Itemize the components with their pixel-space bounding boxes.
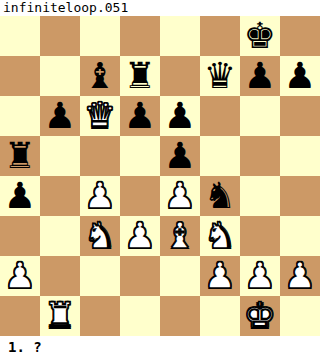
white-knight-c3[interactable]: ♞ — [84, 216, 116, 256]
square-a4[interactable]: ♟ — [0, 176, 40, 216]
move-prompt: 1. ? — [0, 336, 320, 360]
square-c1[interactable] — [80, 296, 120, 336]
black-pawn-b6[interactable]: ♟ — [44, 96, 76, 136]
white-bishop-e3[interactable]: ♝ — [164, 216, 196, 256]
square-f1[interactable] — [200, 296, 240, 336]
square-c6[interactable]: ♛ — [80, 96, 120, 136]
square-h2[interactable]: ♟ — [280, 256, 320, 296]
square-h7[interactable]: ♟ — [280, 56, 320, 96]
square-c5[interactable] — [80, 136, 120, 176]
black-bishop-c7[interactable]: ♝ — [84, 56, 116, 96]
white-pawn-c4[interactable]: ♟ — [84, 176, 116, 216]
square-h6[interactable] — [280, 96, 320, 136]
white-pawn-d3[interactable]: ♟ — [124, 216, 156, 256]
square-f5[interactable] — [200, 136, 240, 176]
square-h3[interactable] — [280, 216, 320, 256]
puzzle-title: infiniteloop.051 — [0, 0, 320, 16]
square-c2[interactable] — [80, 256, 120, 296]
square-a2[interactable]: ♟ — [0, 256, 40, 296]
square-e7[interactable] — [160, 56, 200, 96]
square-f6[interactable] — [200, 96, 240, 136]
square-b5[interactable] — [40, 136, 80, 176]
white-rook-b1[interactable]: ♜ — [44, 296, 76, 336]
white-knight-f3[interactable]: ♞ — [204, 216, 236, 256]
square-c3[interactable]: ♞ — [80, 216, 120, 256]
square-f2[interactable]: ♟ — [200, 256, 240, 296]
black-pawn-a4[interactable]: ♟ — [4, 176, 36, 216]
square-d2[interactable] — [120, 256, 160, 296]
square-b6[interactable]: ♟ — [40, 96, 80, 136]
square-d4[interactable] — [120, 176, 160, 216]
square-b8[interactable] — [40, 16, 80, 56]
white-pawn-f2[interactable]: ♟ — [204, 256, 236, 296]
square-g3[interactable] — [240, 216, 280, 256]
square-d3[interactable]: ♟ — [120, 216, 160, 256]
square-g8[interactable]: ♚ — [240, 16, 280, 56]
square-e3[interactable]: ♝ — [160, 216, 200, 256]
square-h8[interactable] — [280, 16, 320, 56]
black-rook-a5[interactable]: ♜ — [4, 136, 36, 176]
square-d1[interactable] — [120, 296, 160, 336]
square-b3[interactable] — [40, 216, 80, 256]
square-g4[interactable] — [240, 176, 280, 216]
square-g1[interactable]: ♚ — [240, 296, 280, 336]
square-a1[interactable] — [0, 296, 40, 336]
square-f7[interactable]: ♛ — [200, 56, 240, 96]
white-king-g1[interactable]: ♚ — [244, 296, 276, 336]
square-e4[interactable]: ♟ — [160, 176, 200, 216]
black-knight-f4[interactable]: ♞ — [204, 176, 236, 216]
square-f3[interactable]: ♞ — [200, 216, 240, 256]
square-a3[interactable] — [0, 216, 40, 256]
square-b7[interactable] — [40, 56, 80, 96]
square-c4[interactable]: ♟ — [80, 176, 120, 216]
square-d7[interactable]: ♜ — [120, 56, 160, 96]
square-a6[interactable] — [0, 96, 40, 136]
square-c8[interactable] — [80, 16, 120, 56]
square-a8[interactable] — [0, 16, 40, 56]
square-e8[interactable] — [160, 16, 200, 56]
black-pawn-h7[interactable]: ♟ — [284, 56, 316, 96]
square-e5[interactable]: ♟ — [160, 136, 200, 176]
white-pawn-e4[interactable]: ♟ — [164, 176, 196, 216]
square-b4[interactable] — [40, 176, 80, 216]
white-pawn-h2[interactable]: ♟ — [284, 256, 316, 296]
white-queen-c6[interactable]: ♛ — [84, 96, 116, 136]
white-pawn-g2[interactable]: ♟ — [244, 256, 276, 296]
square-d5[interactable] — [120, 136, 160, 176]
square-b1[interactable]: ♜ — [40, 296, 80, 336]
square-h4[interactable] — [280, 176, 320, 216]
square-g6[interactable] — [240, 96, 280, 136]
square-e1[interactable] — [160, 296, 200, 336]
square-b2[interactable] — [40, 256, 80, 296]
black-rook-d7[interactable]: ♜ — [124, 56, 156, 96]
chess-board: ♚♝♜♛♟♟♟♛♟♟♜♟♟♟♟♞♞♟♝♞♟♟♟♟♜♚ — [0, 16, 320, 336]
square-e2[interactable] — [160, 256, 200, 296]
black-pawn-g7[interactable]: ♟ — [244, 56, 276, 96]
square-h1[interactable] — [280, 296, 320, 336]
black-pawn-d6[interactable]: ♟ — [124, 96, 156, 136]
square-f8[interactable] — [200, 16, 240, 56]
chess-puzzle-page: infiniteloop.051 ♚♝♜♛♟♟♟♛♟♟♜♟♟♟♟♞♞♟♝♞♟♟♟… — [0, 0, 320, 360]
white-pawn-a2[interactable]: ♟ — [4, 256, 36, 296]
square-h5[interactable] — [280, 136, 320, 176]
square-g5[interactable] — [240, 136, 280, 176]
square-f4[interactable]: ♞ — [200, 176, 240, 216]
square-g7[interactable]: ♟ — [240, 56, 280, 96]
square-g2[interactable]: ♟ — [240, 256, 280, 296]
square-a7[interactable] — [0, 56, 40, 96]
black-king-g8[interactable]: ♚ — [244, 16, 276, 56]
square-c7[interactable]: ♝ — [80, 56, 120, 96]
black-pawn-e6[interactable]: ♟ — [164, 96, 196, 136]
square-d6[interactable]: ♟ — [120, 96, 160, 136]
square-e6[interactable]: ♟ — [160, 96, 200, 136]
square-a5[interactable]: ♜ — [0, 136, 40, 176]
black-pawn-e5[interactable]: ♟ — [164, 136, 196, 176]
black-queen-f7[interactable]: ♛ — [204, 56, 236, 96]
square-d8[interactable] — [120, 16, 160, 56]
